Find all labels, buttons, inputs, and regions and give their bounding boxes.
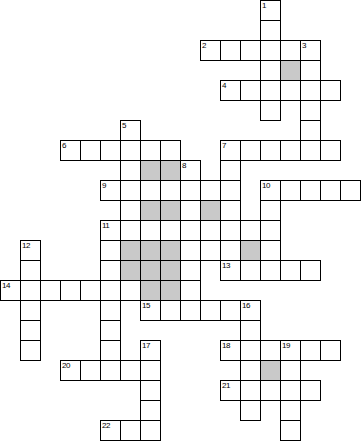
- grid-cell[interactable]: [320, 340, 341, 361]
- shaded-cell: [140, 280, 161, 301]
- grid-cell[interactable]: [180, 200, 201, 221]
- grid-cell[interactable]: 3: [300, 40, 321, 61]
- grid-cell[interactable]: [200, 240, 221, 261]
- grid-cell[interactable]: [300, 140, 321, 161]
- grid-cell[interactable]: [220, 200, 241, 221]
- grid-cell[interactable]: [140, 420, 161, 441]
- grid-cell[interactable]: [280, 260, 301, 281]
- grid-cell[interactable]: [140, 360, 161, 381]
- grid-cell[interactable]: [100, 360, 121, 381]
- grid-cell[interactable]: 16: [240, 300, 261, 321]
- grid-cell[interactable]: [20, 260, 41, 281]
- grid-cell[interactable]: [260, 20, 281, 41]
- grid-cell[interactable]: 19: [280, 340, 301, 361]
- grid-cell[interactable]: 4: [220, 80, 241, 101]
- grid-cell[interactable]: [180, 260, 201, 281]
- grid-cell[interactable]: [220, 40, 241, 61]
- grid-cell[interactable]: 2: [200, 40, 221, 61]
- shaded-cell: [160, 240, 181, 261]
- grid-cell[interactable]: [120, 140, 141, 161]
- clue-number: 18: [222, 341, 230, 350]
- clue-number: 11: [102, 221, 109, 230]
- shaded-cell: [280, 60, 301, 81]
- grid-cell[interactable]: [140, 140, 161, 161]
- clue-number: 3: [302, 41, 306, 50]
- grid-cell[interactable]: [120, 160, 141, 181]
- clue-number: 7: [222, 141, 226, 150]
- shaded-cell: [140, 240, 161, 261]
- grid-cell[interactable]: [180, 300, 201, 321]
- clue-number: 9: [102, 181, 106, 190]
- shaded-cell: [160, 200, 181, 221]
- grid-cell[interactable]: [240, 360, 261, 381]
- grid-cell[interactable]: 13: [220, 260, 241, 281]
- grid-cell[interactable]: [300, 80, 321, 101]
- grid-cell[interactable]: 9: [100, 180, 121, 201]
- grid-cell[interactable]: [280, 420, 301, 441]
- clue-number: 15: [142, 301, 150, 310]
- shaded-cell: [200, 200, 221, 221]
- grid-cell[interactable]: [100, 300, 121, 321]
- grid-cell[interactable]: [280, 360, 301, 381]
- grid-cell[interactable]: [240, 320, 261, 341]
- grid-cell[interactable]: [240, 220, 261, 241]
- grid-cell[interactable]: [180, 280, 201, 301]
- grid-cell[interactable]: [260, 260, 281, 281]
- clue-number: 8: [182, 161, 186, 170]
- clue-number: 4: [222, 81, 226, 90]
- grid-cell[interactable]: [280, 180, 301, 201]
- grid-cell[interactable]: 6: [60, 140, 81, 161]
- grid-cell[interactable]: [100, 240, 121, 261]
- grid-cell[interactable]: [20, 320, 41, 341]
- grid-cell[interactable]: [80, 280, 101, 301]
- grid-cell[interactable]: [240, 260, 261, 281]
- grid-cell[interactable]: [300, 260, 321, 281]
- grid-cell[interactable]: [220, 300, 241, 321]
- clue-number: 12: [22, 241, 30, 250]
- grid-cell[interactable]: 5: [120, 120, 141, 141]
- grid-cell[interactable]: [260, 220, 281, 241]
- grid-cell[interactable]: [160, 220, 181, 241]
- grid-cell[interactable]: [260, 340, 281, 361]
- clue-number: 20: [62, 361, 70, 370]
- grid-cell[interactable]: [300, 380, 321, 401]
- grid-cell[interactable]: 14: [0, 280, 21, 301]
- grid-cell[interactable]: [300, 100, 321, 121]
- grid-cell[interactable]: [120, 420, 141, 441]
- grid-cell[interactable]: 10: [260, 180, 281, 201]
- grid-cell[interactable]: [280, 140, 301, 161]
- grid-cell[interactable]: [120, 360, 141, 381]
- grid-cell[interactable]: [120, 220, 141, 241]
- grid-cell[interactable]: [260, 60, 281, 81]
- grid-cell[interactable]: [220, 180, 241, 201]
- grid-cell[interactable]: [260, 80, 281, 101]
- grid-cell[interactable]: [240, 340, 261, 361]
- clue-number: 5: [122, 121, 126, 130]
- grid-cell[interactable]: 8: [180, 160, 201, 181]
- clue-number: 21: [222, 381, 230, 390]
- shaded-cell: [140, 200, 161, 221]
- clue-number: 2: [202, 41, 206, 50]
- grid-cell[interactable]: [120, 200, 141, 221]
- grid-cell[interactable]: [40, 280, 61, 301]
- grid-cell[interactable]: 22: [100, 420, 121, 441]
- grid-cell[interactable]: [260, 100, 281, 121]
- grid-cell[interactable]: [80, 360, 101, 381]
- grid-cell[interactable]: [260, 40, 281, 61]
- shaded-cell: [140, 160, 161, 181]
- grid-cell[interactable]: [140, 400, 161, 421]
- grid-cell[interactable]: [100, 280, 121, 301]
- clue-number: 13: [222, 261, 230, 270]
- grid-cell[interactable]: [200, 300, 221, 321]
- grid-cell[interactable]: [60, 280, 81, 301]
- grid-cell[interactable]: [240, 80, 261, 101]
- shaded-cell: [160, 280, 181, 301]
- grid-cell[interactable]: [100, 340, 121, 361]
- shaded-cell: [240, 240, 261, 261]
- grid-cell[interactable]: [240, 140, 261, 161]
- grid-cell[interactable]: [220, 240, 241, 261]
- grid-cell[interactable]: 21: [220, 380, 241, 401]
- shaded-cell: [120, 260, 141, 281]
- grid-cell[interactable]: [240, 380, 261, 401]
- grid-cell[interactable]: [180, 180, 201, 201]
- grid-cell[interactable]: [160, 140, 181, 161]
- clue-number: 17: [142, 341, 150, 350]
- grid-cell[interactable]: [140, 380, 161, 401]
- grid-cell[interactable]: [180, 240, 201, 261]
- grid-cell[interactable]: 7: [220, 140, 241, 161]
- grid-cell[interactable]: [120, 280, 141, 301]
- grid-cell[interactable]: [20, 280, 41, 301]
- grid-cell[interactable]: 18: [220, 340, 241, 361]
- grid-cell[interactable]: [320, 80, 341, 101]
- grid-cell[interactable]: [320, 180, 341, 201]
- grid-cell[interactable]: [160, 180, 181, 201]
- grid-cell[interactable]: [140, 220, 161, 241]
- grid-cell[interactable]: [280, 40, 301, 61]
- grid-cell[interactable]: [260, 240, 281, 261]
- grid-cell[interactable]: [220, 160, 241, 181]
- grid-cell[interactable]: 17: [140, 340, 161, 361]
- grid-cell[interactable]: [280, 380, 301, 401]
- shaded-cell: [160, 260, 181, 281]
- clue-number: 19: [282, 341, 290, 350]
- grid-cell[interactable]: [300, 340, 321, 361]
- grid-cell[interactable]: [180, 220, 201, 241]
- grid-cell[interactable]: [300, 60, 321, 81]
- clue-number: 14: [2, 281, 10, 290]
- grid-cell[interactable]: [340, 180, 361, 201]
- clue-number: 10: [262, 181, 270, 190]
- grid-cell[interactable]: [20, 340, 41, 361]
- grid-cell[interactable]: [300, 180, 321, 201]
- shaded-cell: [120, 240, 141, 261]
- grid-cell[interactable]: [100, 260, 121, 281]
- grid-cell[interactable]: [20, 300, 41, 321]
- shaded-cell: [160, 160, 181, 181]
- grid-cell[interactable]: [260, 380, 281, 401]
- shaded-cell: [140, 260, 161, 281]
- grid-cell[interactable]: 1: [260, 0, 281, 21]
- clue-number: 6: [62, 141, 66, 150]
- grid-cell[interactable]: [200, 180, 221, 201]
- grid-cell[interactable]: [220, 220, 241, 241]
- grid-cell[interactable]: [240, 400, 261, 421]
- grid-cell[interactable]: [280, 400, 301, 421]
- clue-number: 22: [102, 421, 110, 430]
- clue-number: 1: [262, 1, 266, 10]
- grid-cell[interactable]: [100, 140, 121, 161]
- grid-cell[interactable]: [300, 120, 321, 141]
- grid-cell[interactable]: [280, 80, 301, 101]
- grid-cell[interactable]: [140, 180, 161, 201]
- grid-cell[interactable]: 11: [100, 220, 121, 241]
- grid-cell[interactable]: [240, 40, 261, 61]
- grid-cell[interactable]: [260, 140, 281, 161]
- grid-cell[interactable]: [200, 220, 221, 241]
- grid-cell[interactable]: 15: [140, 300, 161, 321]
- grid-cell[interactable]: [120, 180, 141, 201]
- shaded-cell: [260, 360, 281, 381]
- grid-cell[interactable]: [100, 320, 121, 341]
- grid-cell[interactable]: 12: [20, 240, 41, 261]
- grid-cell[interactable]: [160, 300, 181, 321]
- grid-cell[interactable]: [80, 140, 101, 161]
- grid-cell[interactable]: 20: [60, 360, 81, 381]
- clue-number: 16: [242, 301, 250, 310]
- grid-cell[interactable]: [320, 140, 341, 161]
- grid-cell[interactable]: [260, 200, 281, 221]
- crossword-grid: 12345678910111213141516171819202122: [0, 0, 361, 441]
